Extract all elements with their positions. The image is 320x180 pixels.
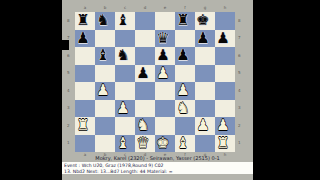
piece-black-knight: ♞	[93, 12, 113, 30]
square-b4[interactable]: ♟	[95, 82, 115, 100]
square-e8[interactable]	[155, 12, 175, 30]
coord-label-7: 7	[238, 30, 241, 48]
move-info-line: 13. Nbd2 Next: 13...Bd7 Length: 44 Mater…	[64, 169, 252, 174]
file-labels-top: abcdefgh	[75, 6, 235, 10]
piece-white-pawn: ♟	[193, 117, 213, 135]
piece-black-bishop: ♝	[113, 12, 133, 30]
piece-white-pawn: ♟	[213, 117, 233, 135]
piece-white-bishop: ♝	[113, 135, 133, 153]
square-a3[interactable]	[75, 100, 95, 118]
coord-label-8: 8	[238, 12, 241, 30]
square-a6[interactable]	[75, 47, 95, 65]
square-g3[interactable]	[195, 100, 215, 118]
square-h7[interactable]: ♟	[215, 30, 235, 48]
square-d5[interactable]: ♟	[135, 65, 155, 83]
square-e7[interactable]: ♛	[155, 30, 175, 48]
square-a2[interactable]: ♜	[75, 117, 95, 135]
coord-label-3: 3	[238, 100, 241, 118]
piece-white-bishop: ♝	[173, 135, 193, 153]
square-f1[interactable]: ♝	[175, 135, 195, 153]
piece-white-king: ♚	[153, 135, 173, 153]
square-c8[interactable]: ♝	[115, 12, 135, 30]
piece-white-rook: ♜	[73, 117, 93, 135]
square-b1[interactable]	[95, 135, 115, 153]
coord-label-6: 6	[67, 47, 70, 65]
piece-black-queen: ♛	[153, 30, 173, 48]
square-c6[interactable]: ♞	[115, 47, 135, 65]
coord-label-h: h	[215, 6, 235, 10]
piece-white-rook: ♜	[213, 135, 233, 153]
square-e3[interactable]	[155, 100, 175, 118]
square-f7[interactable]	[175, 30, 195, 48]
square-g1[interactable]	[195, 135, 215, 153]
coord-label-5: 5	[238, 65, 241, 83]
square-b3[interactable]	[95, 100, 115, 118]
square-e5[interactable]: ♟	[155, 65, 175, 83]
piece-black-king: ♚	[193, 12, 213, 30]
piece-black-rook: ♜	[173, 12, 193, 30]
square-h1[interactable]: ♜	[215, 135, 235, 153]
piece-black-knight: ♞	[113, 47, 133, 65]
square-b5[interactable]	[95, 65, 115, 83]
square-h4[interactable]	[215, 82, 235, 100]
square-h5[interactable]	[215, 65, 235, 83]
square-g6[interactable]	[195, 47, 215, 65]
square-d1[interactable]: ♛	[135, 135, 155, 153]
piece-white-knight: ♞	[133, 117, 153, 135]
piece-black-rook: ♜	[73, 12, 93, 30]
piece-white-pawn: ♟	[93, 82, 113, 100]
piece-black-pawn: ♟	[213, 30, 233, 48]
square-f3[interactable]: ♞	[175, 100, 195, 118]
square-f4[interactable]: ♟	[175, 82, 195, 100]
piece-black-pawn: ♟	[133, 65, 153, 83]
square-g7[interactable]: ♟	[195, 30, 215, 48]
piece-black-pawn: ♟	[153, 47, 173, 65]
piece-white-pawn: ♟	[173, 82, 193, 100]
square-c3[interactable]: ♟	[115, 100, 135, 118]
square-f8[interactable]: ♜	[175, 12, 195, 30]
coord-label-2: 2	[238, 117, 241, 135]
caption-strip: Event : Wch U20, Graz (1978,Round 9) C02…	[62, 162, 253, 174]
square-e4[interactable]	[155, 82, 175, 100]
square-d4[interactable]	[135, 82, 155, 100]
square-c2[interactable]	[115, 117, 135, 135]
coord-label-f: f	[175, 6, 195, 10]
coord-label-8: 8	[67, 12, 70, 30]
chess-board: ♜♞♝♜♚♟♛♟♟♝♞♟♟♟♟♟♟♟♞♜♞♟♟♝♛♚♝♜	[75, 12, 235, 152]
coord-label-g: g	[195, 6, 215, 10]
square-f2[interactable]	[175, 117, 195, 135]
coord-label-3: 3	[67, 100, 70, 118]
square-b2[interactable]	[95, 117, 115, 135]
piece-black-bishop: ♝	[93, 47, 113, 65]
square-a8[interactable]: ♜	[75, 12, 95, 30]
piece-white-pawn: ♟	[153, 65, 173, 83]
square-c7[interactable]	[115, 30, 135, 48]
square-g4[interactable]	[195, 82, 215, 100]
coord-label-1: 1	[67, 135, 70, 153]
square-d6[interactable]	[135, 47, 155, 65]
coord-label-b: b	[95, 6, 115, 10]
square-a1[interactable]	[75, 135, 95, 153]
square-g5[interactable]	[195, 65, 215, 83]
square-c5[interactable]	[115, 65, 135, 83]
coord-label-6: 6	[238, 47, 241, 65]
piece-black-pawn: ♟	[193, 30, 213, 48]
coord-label-d: d	[135, 6, 155, 10]
square-b7[interactable]	[95, 30, 115, 48]
square-a4[interactable]	[75, 82, 95, 100]
rank-labels-right: 87654321	[238, 12, 241, 152]
event-line: Event : Wch U20, Graz (1978,Round 9) C02	[64, 163, 252, 168]
square-d8[interactable]	[135, 12, 155, 30]
piece-black-pawn: ♟	[73, 30, 93, 48]
square-e6[interactable]: ♟	[155, 47, 175, 65]
square-c4[interactable]	[115, 82, 135, 100]
square-g2[interactable]: ♟	[195, 117, 215, 135]
coord-label-1: 1	[238, 135, 241, 153]
square-e2[interactable]	[155, 117, 175, 135]
square-d2[interactable]: ♞	[135, 117, 155, 135]
square-d7[interactable]	[135, 30, 155, 48]
coord-label-2: 2	[67, 117, 70, 135]
square-g8[interactable]: ♚	[195, 12, 215, 30]
piece-black-pawn: ♟	[173, 47, 193, 65]
square-b6[interactable]: ♝	[95, 47, 115, 65]
square-d3[interactable]	[135, 100, 155, 118]
coord-label-c: c	[115, 6, 135, 10]
piece-white-knight: ♞	[173, 100, 193, 118]
square-h6[interactable]	[215, 47, 235, 65]
piece-white-queen: ♛	[133, 135, 153, 153]
square-f6[interactable]: ♟	[175, 47, 195, 65]
square-f5[interactable]	[175, 65, 195, 83]
rank-labels-left: 87654321	[67, 12, 70, 152]
square-b8[interactable]: ♞	[95, 12, 115, 30]
coord-label-4: 4	[67, 82, 70, 100]
coord-label-4: 4	[238, 82, 241, 100]
square-a7[interactable]: ♟	[75, 30, 95, 48]
coord-label-7: 7	[67, 30, 70, 48]
coord-label-e: e	[155, 6, 175, 10]
coord-label-5: 5	[67, 65, 70, 83]
square-h3[interactable]	[215, 100, 235, 118]
square-a5[interactable]	[75, 65, 95, 83]
piece-white-pawn: ♟	[113, 100, 133, 118]
video-frame: abcdefgh abcdefgh 87654321 87654321 ♜♞♝♜…	[0, 0, 320, 180]
square-e1[interactable]: ♚	[155, 135, 175, 153]
chess-gui-panel: abcdefgh abcdefgh 87654321 87654321 ♜♞♝♜…	[62, 0, 253, 180]
players-line: Mokry, Karel (2320) - Seirawan, Yasser (…	[62, 156, 253, 161]
square-c1[interactable]: ♝	[115, 135, 135, 153]
square-h8[interactable]	[215, 12, 235, 30]
coord-label-a: a	[75, 6, 95, 10]
square-h2[interactable]: ♟	[215, 117, 235, 135]
